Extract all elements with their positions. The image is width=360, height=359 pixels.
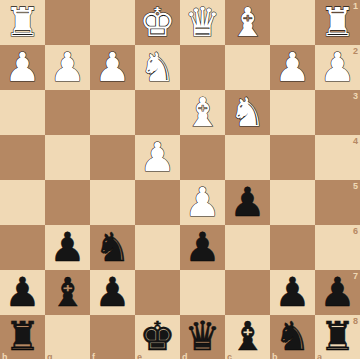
square-e3[interactable]	[135, 90, 180, 135]
square-g2[interactable]: ♟	[45, 45, 90, 90]
piece-black-pawn-b7: ♟	[275, 272, 311, 312]
file-label-d: d	[182, 353, 188, 359]
square-d8[interactable]: ♛d	[180, 315, 225, 359]
piece-white-pawn-h2: ♟	[5, 47, 41, 87]
square-a2[interactable]: ♟2	[315, 45, 360, 90]
rank-label-5: 5	[353, 182, 358, 191]
piece-white-pawn-a2: ♟	[320, 47, 356, 87]
square-e5[interactable]	[135, 180, 180, 225]
square-e6[interactable]	[135, 225, 180, 270]
square-h8[interactable]: ♜h	[0, 315, 45, 359]
square-e4[interactable]: ♟	[135, 135, 180, 180]
square-h5[interactable]	[0, 180, 45, 225]
square-g5[interactable]	[45, 180, 90, 225]
square-c1[interactable]: ♝	[225, 0, 270, 45]
square-d2[interactable]	[180, 45, 225, 90]
square-b4[interactable]	[270, 135, 315, 180]
file-label-f: f	[92, 353, 95, 359]
square-g6[interactable]: ♟	[45, 225, 90, 270]
square-c6[interactable]	[225, 225, 270, 270]
square-f3[interactable]	[90, 90, 135, 135]
square-f8[interactable]: f	[90, 315, 135, 359]
piece-white-pawn-g2: ♟	[50, 47, 86, 87]
square-c2[interactable]	[225, 45, 270, 90]
piece-black-pawn-f7: ♟	[95, 272, 131, 312]
piece-black-bishop-c8: ♝	[230, 316, 266, 356]
square-c3[interactable]: ♞	[225, 90, 270, 135]
piece-black-knight-f6: ♞	[95, 227, 131, 267]
piece-black-pawn-d6: ♟	[185, 227, 221, 267]
square-b3[interactable]	[270, 90, 315, 135]
piece-black-bishop-g7: ♝	[50, 272, 86, 312]
rank-label-4: 4	[353, 137, 358, 146]
square-a5[interactable]: 5	[315, 180, 360, 225]
square-b2[interactable]: ♟	[270, 45, 315, 90]
piece-white-bishop-d3: ♝	[185, 92, 221, 132]
square-b5[interactable]	[270, 180, 315, 225]
square-d7[interactable]	[180, 270, 225, 315]
square-b1[interactable]	[270, 0, 315, 45]
rank-label-7: 7	[353, 272, 358, 281]
square-f1[interactable]	[90, 0, 135, 45]
square-f6[interactable]: ♞	[90, 225, 135, 270]
piece-white-pawn-e4: ♟	[140, 137, 176, 177]
square-h6[interactable]	[0, 225, 45, 270]
square-b8[interactable]: ♞b	[270, 315, 315, 359]
piece-black-pawn-a7: ♟	[320, 272, 356, 312]
square-c4[interactable]	[225, 135, 270, 180]
chess-board: ♜♚♛♝♜1♟♟♟♞♟♟2♝♞3♟4♟♟5♟♞♟6♟♝♟♟♟7♜hgf♚e♛d♝…	[0, 0, 360, 359]
square-c7[interactable]	[225, 270, 270, 315]
rank-label-1: 1	[353, 2, 358, 11]
file-label-g: g	[47, 353, 53, 359]
piece-white-pawn-d5: ♟	[185, 182, 221, 222]
square-d5[interactable]: ♟	[180, 180, 225, 225]
file-label-h: h	[2, 353, 8, 359]
rank-label-6: 6	[353, 227, 358, 236]
square-e8[interactable]: ♚e	[135, 315, 180, 359]
square-g3[interactable]	[45, 90, 90, 135]
square-f2[interactable]: ♟	[90, 45, 135, 90]
square-b7[interactable]: ♟	[270, 270, 315, 315]
square-a1[interactable]: ♜1	[315, 0, 360, 45]
file-label-c: c	[227, 353, 232, 359]
piece-black-pawn-c5: ♟	[230, 182, 266, 222]
square-a4[interactable]: 4	[315, 135, 360, 180]
piece-white-king-e1: ♚	[140, 2, 176, 42]
rank-label-2: 2	[353, 47, 358, 56]
square-g7[interactable]: ♝	[45, 270, 90, 315]
square-d1[interactable]: ♛	[180, 0, 225, 45]
piece-white-bishop-c1: ♝	[230, 2, 266, 42]
piece-white-knight-c3: ♞	[230, 92, 266, 132]
piece-white-queen-d1: ♛	[185, 2, 221, 42]
square-e7[interactable]	[135, 270, 180, 315]
square-a7[interactable]: ♟7	[315, 270, 360, 315]
piece-white-rook-a1: ♜	[320, 2, 356, 42]
piece-black-queen-d8: ♛	[185, 316, 221, 356]
square-f5[interactable]	[90, 180, 135, 225]
piece-white-pawn-f2: ♟	[95, 47, 131, 87]
square-b6[interactable]	[270, 225, 315, 270]
square-h3[interactable]	[0, 90, 45, 135]
rank-label-3: 3	[353, 92, 358, 101]
square-h1[interactable]: ♜	[0, 0, 45, 45]
piece-black-knight-b8: ♞	[275, 316, 311, 356]
square-f7[interactable]: ♟	[90, 270, 135, 315]
piece-white-knight-e2: ♞	[140, 47, 176, 87]
piece-black-rook-h8: ♜	[5, 316, 41, 356]
square-a8[interactable]: ♜8a	[315, 315, 360, 359]
square-d6[interactable]: ♟	[180, 225, 225, 270]
square-d3[interactable]: ♝	[180, 90, 225, 135]
piece-black-pawn-h7: ♟	[5, 272, 41, 312]
square-c5[interactable]: ♟	[225, 180, 270, 225]
square-g8[interactable]: g	[45, 315, 90, 359]
square-c8[interactable]: ♝c	[225, 315, 270, 359]
piece-black-pawn-g6: ♟	[50, 227, 86, 267]
square-g4[interactable]	[45, 135, 90, 180]
piece-white-rook-h1: ♜	[5, 2, 41, 42]
file-label-e: e	[137, 353, 142, 359]
square-h2[interactable]: ♟	[0, 45, 45, 90]
rank-label-8: 8	[353, 317, 358, 326]
square-e1[interactable]: ♚	[135, 0, 180, 45]
piece-black-king-e8: ♚	[140, 316, 176, 356]
square-g1[interactable]	[45, 0, 90, 45]
square-e2[interactable]: ♞	[135, 45, 180, 90]
square-a3[interactable]: 3	[315, 90, 360, 135]
piece-black-rook-a8: ♜	[320, 316, 356, 356]
square-f4[interactable]	[90, 135, 135, 180]
square-a6[interactable]: 6	[315, 225, 360, 270]
file-label-b: b	[272, 353, 278, 359]
piece-white-pawn-b2: ♟	[275, 47, 311, 87]
square-d4[interactable]	[180, 135, 225, 180]
square-h7[interactable]: ♟	[0, 270, 45, 315]
file-label-a: a	[317, 353, 322, 359]
square-h4[interactable]	[0, 135, 45, 180]
